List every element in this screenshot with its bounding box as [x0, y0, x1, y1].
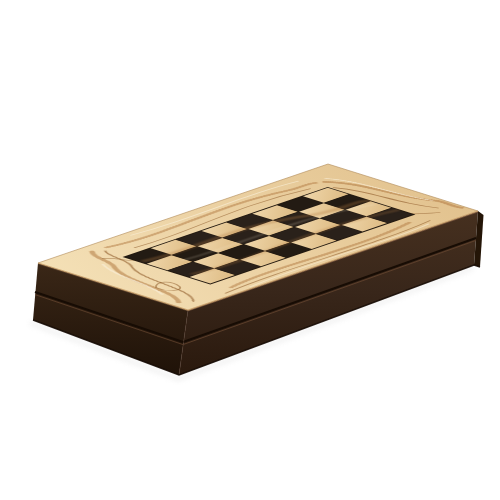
chess-box-photo — [0, 0, 500, 500]
product-photo — [0, 0, 500, 500]
